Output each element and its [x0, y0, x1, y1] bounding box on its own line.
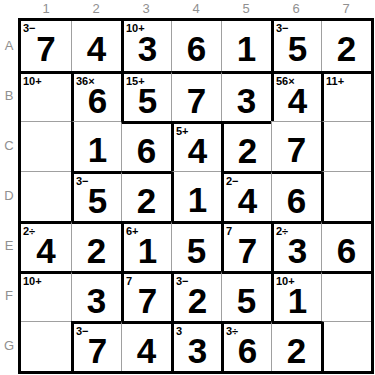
cell-A5[interactable]: 1 [221, 21, 271, 71]
row-label-E: E [0, 221, 18, 271]
cell-G2[interactable]: 3−7 [71, 321, 121, 371]
cell-B7[interactable]: 11+ [321, 71, 371, 121]
cell-E5[interactable]: 77 [221, 221, 271, 271]
cell-value-A6: 5 [274, 21, 321, 71]
col-label-4: 4 [171, 0, 221, 18]
row-label-F: F [0, 271, 18, 321]
cell-C1[interactable] [21, 121, 71, 171]
cell-G7[interactable] [321, 321, 371, 371]
cell-D6[interactable]: 6 [271, 171, 321, 221]
cell-C5[interactable]: 2 [221, 121, 271, 171]
row-label-D: D [0, 171, 18, 221]
cell-value-E7: 6 [322, 224, 371, 271]
cell-value-A2: 4 [72, 21, 121, 71]
cell-A3[interactable]: 10+3 [121, 21, 171, 71]
cell-value-C6: 7 [272, 122, 321, 171]
cell-value-D3: 2 [122, 174, 171, 221]
cell-value-F2: 3 [72, 274, 121, 321]
cell-value-G4: 3 [174, 324, 221, 371]
cell-value-B3: 5 [124, 74, 171, 121]
cell-A6[interactable]: 3−5 [271, 21, 321, 71]
cell-value-G2: 7 [74, 324, 121, 371]
cell-G1[interactable] [21, 321, 71, 371]
col-label-2: 2 [71, 0, 121, 18]
cell-E3[interactable]: 6+1 [121, 221, 171, 271]
cell-value-F6: 1 [274, 274, 321, 321]
cell-value-E6: 3 [274, 224, 321, 271]
cell-E7[interactable]: 6 [321, 221, 371, 271]
row-label-A: A [0, 21, 18, 71]
cell-value-D4: 1 [174, 172, 221, 221]
cell-A1[interactable]: 3−7 [21, 21, 71, 71]
row-label-G: G [0, 321, 18, 371]
col-label-7: 7 [321, 0, 371, 18]
row-labels: ABCDEFG [0, 21, 18, 371]
cell-D1[interactable] [21, 171, 71, 221]
cell-E4[interactable]: 5 [171, 221, 221, 271]
cell-C7[interactable] [321, 121, 371, 171]
cage-clue-F1: 10+ [23, 274, 42, 288]
cell-B2[interactable]: 36×6 [71, 71, 121, 121]
cell-value-E3: 1 [124, 224, 171, 271]
cell-F6[interactable]: 10+1 [271, 271, 321, 321]
cage-clue-B1: 10+ [23, 74, 42, 88]
cell-B6[interactable]: 56×4 [271, 71, 321, 121]
cell-value-E1: 4 [21, 224, 71, 271]
cell-value-C2: 1 [74, 122, 121, 171]
col-label-3: 3 [121, 0, 171, 18]
cell-value-A7: 2 [322, 21, 371, 71]
cell-A2[interactable]: 4 [71, 21, 121, 71]
cell-G5[interactable]: 3÷6 [221, 321, 271, 371]
kenken-puzzle: 1234567 ABCDEFG 3−7410+3613−5210+36×615+… [0, 0, 375, 375]
cell-F1[interactable]: 10+ [21, 271, 71, 321]
cell-value-F3: 7 [124, 274, 171, 321]
cell-value-A4: 6 [172, 21, 221, 71]
cell-B5[interactable]: 3 [221, 71, 271, 121]
cell-value-B5: 3 [222, 74, 271, 121]
cell-F3[interactable]: 77 [121, 271, 171, 321]
col-label-5: 5 [221, 0, 271, 18]
cell-value-C4: 4 [174, 124, 221, 171]
kenken-grid: 3−7410+3613−5210+36×615+57356×411+165+42… [21, 21, 371, 371]
cell-C3[interactable]: 6 [121, 121, 171, 171]
cell-value-E2: 2 [72, 224, 121, 271]
cell-G6[interactable]: 2 [271, 321, 321, 371]
cell-value-A3: 3 [124, 21, 171, 71]
cell-D2[interactable]: 3−5 [71, 171, 121, 221]
cell-G4[interactable]: 33 [171, 321, 221, 371]
col-label-1: 1 [21, 0, 71, 18]
cell-value-F4: 2 [174, 274, 221, 321]
cell-C6[interactable]: 7 [271, 121, 321, 171]
col-label-6: 6 [271, 0, 321, 18]
cell-value-B6: 4 [274, 74, 321, 121]
cell-E2[interactable]: 2 [71, 221, 121, 271]
cell-value-D5: 4 [224, 174, 271, 221]
cell-F7[interactable] [321, 271, 371, 321]
row-label-B: B [0, 71, 18, 121]
cell-D7[interactable] [321, 171, 371, 221]
cell-value-A1: 7 [21, 21, 71, 71]
cell-A7[interactable]: 2 [321, 21, 371, 71]
cell-value-C3: 6 [122, 124, 171, 171]
cell-value-E5: 7 [224, 224, 271, 271]
row-label-C: C [0, 121, 18, 171]
cell-E6[interactable]: 2÷3 [271, 221, 321, 271]
cell-value-B4: 7 [172, 74, 221, 121]
cell-value-F5: 5 [222, 274, 271, 321]
cell-value-G6: 2 [272, 324, 321, 371]
cell-value-A5: 1 [222, 21, 271, 71]
cell-B3[interactable]: 15+5 [121, 71, 171, 121]
cell-F4[interactable]: 3−2 [171, 271, 221, 321]
cell-value-D6: 6 [272, 174, 321, 221]
cell-value-D2: 5 [74, 174, 121, 221]
cell-A4[interactable]: 6 [171, 21, 221, 71]
cell-G3[interactable]: 4 [121, 321, 171, 371]
column-labels: 1234567 [21, 0, 371, 18]
cell-value-G5: 6 [224, 324, 271, 371]
cell-D3[interactable]: 2 [121, 171, 171, 221]
cell-C4[interactable]: 5+4 [171, 121, 221, 171]
cell-C2[interactable]: 1 [71, 121, 121, 171]
cell-value-G3: 4 [122, 324, 171, 371]
cell-F2[interactable]: 3 [71, 271, 121, 321]
cell-B4[interactable]: 7 [171, 71, 221, 121]
cell-value-E4: 5 [172, 224, 221, 271]
cell-value-B2: 6 [74, 74, 121, 121]
cell-D5[interactable]: 2−4 [221, 171, 271, 221]
kenken-board: 3−7410+3613−5210+36×615+57356×411+165+42… [18, 18, 374, 374]
cell-D4[interactable]: 1 [171, 171, 221, 221]
cage-clue-B7: 11+ [326, 74, 344, 88]
cell-B1[interactable]: 10+ [21, 71, 71, 121]
cell-E1[interactable]: 2÷4 [21, 221, 71, 271]
cell-value-C5: 2 [224, 124, 271, 171]
cell-F5[interactable]: 5 [221, 271, 271, 321]
